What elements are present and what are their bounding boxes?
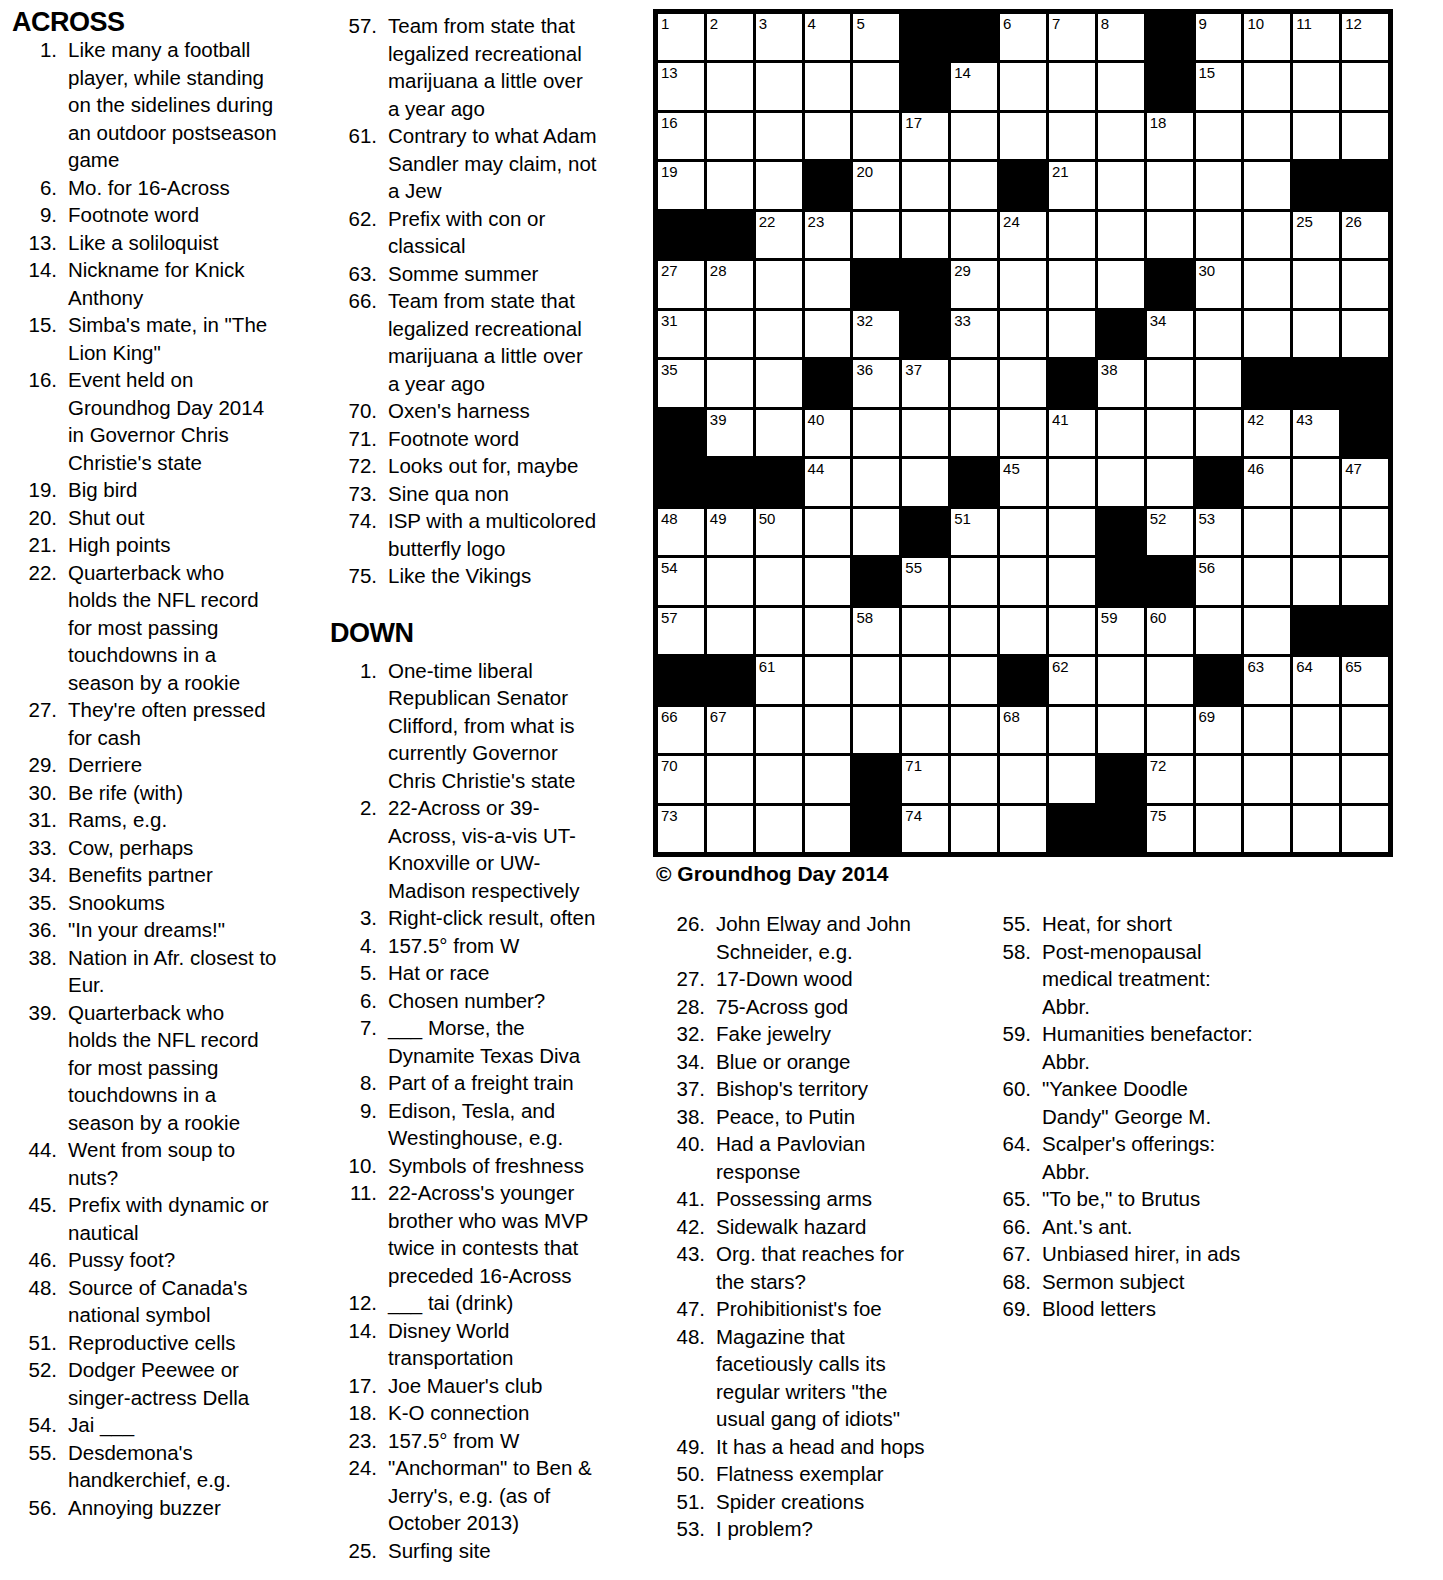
cell-r17c4[interactable] bbox=[805, 806, 851, 852]
cell-r14c13[interactable]: 63 bbox=[1244, 657, 1290, 703]
cell-number: 70 bbox=[661, 758, 678, 773]
cell-r15c9[interactable] bbox=[1049, 707, 1095, 753]
clue-number: 6. bbox=[330, 987, 388, 1015]
cell-r2c5[interactable] bbox=[853, 63, 899, 109]
cell-r5c14[interactable]: 25 bbox=[1293, 212, 1339, 258]
cell-number: 39 bbox=[710, 412, 727, 427]
cell-r4c10[interactable] bbox=[1098, 162, 1144, 208]
cell-number: 62 bbox=[1052, 659, 1069, 674]
cell-r13c10[interactable]: 59 bbox=[1098, 608, 1144, 654]
cell-r4c5[interactable]: 20 bbox=[853, 162, 899, 208]
clue-across-38: 38.Nation in Afr. closest to Eur. bbox=[10, 944, 332, 999]
cell-r11c14[interactable] bbox=[1293, 509, 1339, 555]
cell-r10c15[interactable]: 47 bbox=[1342, 459, 1388, 505]
cell-r6c4[interactable] bbox=[805, 261, 851, 307]
cell-r17c2[interactable] bbox=[707, 806, 753, 852]
black-cell-r9c1 bbox=[658, 410, 704, 456]
cell-r11c2[interactable]: 49 bbox=[707, 509, 753, 555]
clue-down-64: 64.Scalper's offerings: Abbr. bbox=[984, 1130, 1314, 1185]
cell-r2c4[interactable] bbox=[805, 63, 851, 109]
cell-r11c9[interactable] bbox=[1049, 509, 1095, 555]
cell-r3c4[interactable] bbox=[805, 113, 851, 159]
cell-r14c11[interactable] bbox=[1147, 657, 1193, 703]
cell-r17c13[interactable] bbox=[1244, 806, 1290, 852]
cell-r3c8[interactable] bbox=[1000, 113, 1046, 159]
cell-r11c15[interactable] bbox=[1342, 509, 1388, 555]
cell-r4c13[interactable] bbox=[1244, 162, 1290, 208]
clue-number: 38. bbox=[10, 944, 68, 999]
cell-r10c10[interactable] bbox=[1098, 459, 1144, 505]
cell-r9c13[interactable]: 42 bbox=[1244, 410, 1290, 456]
cell-number: 49 bbox=[710, 511, 727, 526]
cell-r5c5[interactable] bbox=[853, 212, 899, 258]
cell-r9c2[interactable]: 39 bbox=[707, 410, 753, 456]
cell-r9c12[interactable] bbox=[1196, 410, 1242, 456]
cell-r1c3[interactable]: 3 bbox=[756, 14, 802, 60]
cell-number: 22 bbox=[759, 214, 776, 229]
cell-r4c3[interactable] bbox=[756, 162, 802, 208]
cell-r2c12[interactable]: 15 bbox=[1196, 63, 1242, 109]
cell-r3c5[interactable] bbox=[853, 113, 899, 159]
cell-r15c6[interactable] bbox=[902, 707, 948, 753]
cell-r13c9[interactable] bbox=[1049, 608, 1095, 654]
cell-r6c14[interactable] bbox=[1293, 261, 1339, 307]
cell-number: 44 bbox=[808, 461, 825, 476]
cell-r16c7[interactable] bbox=[951, 756, 997, 802]
cell-r1c12[interactable]: 9 bbox=[1196, 14, 1242, 60]
clue-number: 65. bbox=[984, 1185, 1042, 1213]
cell-r15c10[interactable] bbox=[1098, 707, 1144, 753]
cell-r3c11[interactable]: 18 bbox=[1147, 113, 1193, 159]
clue-across-45: 45.Prefix with dynamic or nautical bbox=[10, 1191, 332, 1246]
clue-across-74: 74.ISP with a multicolored butterfly log… bbox=[330, 507, 652, 562]
cell-r7c12[interactable] bbox=[1196, 311, 1242, 357]
black-cell-r13c15 bbox=[1342, 608, 1388, 654]
cell-r12c9[interactable] bbox=[1049, 558, 1095, 604]
cell-r13c8[interactable] bbox=[1000, 608, 1046, 654]
cell-r10c14[interactable] bbox=[1293, 459, 1339, 505]
cell-r16c4[interactable] bbox=[805, 756, 851, 802]
clue-number: 48. bbox=[658, 1323, 716, 1433]
cell-r6c2[interactable]: 28 bbox=[707, 261, 753, 307]
cell-r17c8[interactable] bbox=[1000, 806, 1046, 852]
cell-r6c9[interactable] bbox=[1049, 261, 1095, 307]
cell-r12c3[interactable] bbox=[756, 558, 802, 604]
cell-number: 21 bbox=[1052, 164, 1069, 179]
cell-r4c6[interactable] bbox=[902, 162, 948, 208]
black-cell-r4c15 bbox=[1342, 162, 1388, 208]
cell-r1c13[interactable]: 10 bbox=[1244, 14, 1290, 60]
cell-r8c6[interactable]: 37 bbox=[902, 360, 948, 406]
cell-r5c6[interactable] bbox=[902, 212, 948, 258]
cell-r4c11[interactable] bbox=[1147, 162, 1193, 208]
cell-r2c15[interactable] bbox=[1342, 63, 1388, 109]
cell-r10c4[interactable]: 44 bbox=[805, 459, 851, 505]
cell-r5c9[interactable] bbox=[1049, 212, 1095, 258]
cell-r11c5[interactable] bbox=[853, 509, 899, 555]
cell-r5c4[interactable]: 23 bbox=[805, 212, 851, 258]
black-cell-r14c8 bbox=[1000, 657, 1046, 703]
clue-text: 75-Across god bbox=[716, 993, 848, 1021]
cell-number: 8 bbox=[1101, 16, 1109, 31]
cell-r3c9[interactable] bbox=[1049, 113, 1095, 159]
cell-number: 18 bbox=[1150, 115, 1167, 130]
cell-r6c12[interactable]: 30 bbox=[1196, 261, 1242, 307]
black-cell-r1c6 bbox=[902, 14, 948, 60]
cell-number: 57 bbox=[661, 610, 678, 625]
cell-r5c10[interactable] bbox=[1098, 212, 1144, 258]
black-cell-r4c14 bbox=[1293, 162, 1339, 208]
cell-r14c7[interactable] bbox=[951, 657, 997, 703]
cell-r5c15[interactable]: 26 bbox=[1342, 212, 1388, 258]
cell-r9c10[interactable] bbox=[1098, 410, 1144, 456]
cell-r15c12[interactable]: 69 bbox=[1196, 707, 1242, 753]
clue-number: 63. bbox=[330, 260, 388, 288]
cell-r9c8[interactable] bbox=[1000, 410, 1046, 456]
cell-r9c5[interactable] bbox=[853, 410, 899, 456]
cell-r1c10[interactable]: 8 bbox=[1098, 14, 1144, 60]
clue-number: 17. bbox=[330, 1372, 388, 1400]
cell-r12c7[interactable] bbox=[951, 558, 997, 604]
cell-r14c4[interactable] bbox=[805, 657, 851, 703]
clue-number: 28. bbox=[658, 993, 716, 1021]
cell-r2c10[interactable] bbox=[1098, 63, 1144, 109]
cell-r5c7[interactable] bbox=[951, 212, 997, 258]
cell-r11c3[interactable]: 50 bbox=[756, 509, 802, 555]
cell-r6c3[interactable] bbox=[756, 261, 802, 307]
clue-down-53: 53.I problem? bbox=[658, 1515, 983, 1543]
cell-r17c7[interactable] bbox=[951, 806, 997, 852]
clue-text: Humanities benefactor: Abbr. bbox=[1042, 1020, 1253, 1075]
cell-r13c2[interactable] bbox=[707, 608, 753, 654]
clue-number: 55. bbox=[984, 910, 1042, 938]
cell-r1c5[interactable]: 5 bbox=[853, 14, 899, 60]
cell-r7c14[interactable] bbox=[1293, 311, 1339, 357]
black-cell-r17c9 bbox=[1049, 806, 1095, 852]
clue-number: 22. bbox=[10, 559, 68, 697]
cell-r13c1[interactable]: 57 bbox=[658, 608, 704, 654]
clue-number: 58. bbox=[984, 938, 1042, 1021]
cell-r16c12[interactable] bbox=[1196, 756, 1242, 802]
cell-number: 59 bbox=[1101, 610, 1118, 625]
clue-number: 39. bbox=[10, 999, 68, 1137]
cell-r12c12[interactable]: 56 bbox=[1196, 558, 1242, 604]
cell-r2c3[interactable] bbox=[756, 63, 802, 109]
cell-r1c14[interactable]: 11 bbox=[1293, 14, 1339, 60]
cell-r15c5[interactable] bbox=[853, 707, 899, 753]
clue-number: 36. bbox=[10, 916, 68, 944]
cell-r13c11[interactable]: 60 bbox=[1147, 608, 1193, 654]
cell-r17c14[interactable] bbox=[1293, 806, 1339, 852]
cell-r8c1[interactable]: 35 bbox=[658, 360, 704, 406]
cell-r15c7[interactable] bbox=[951, 707, 997, 753]
cell-r3c1[interactable]: 16 bbox=[658, 113, 704, 159]
cell-r14c14[interactable]: 64 bbox=[1293, 657, 1339, 703]
clue-number: 35. bbox=[10, 889, 68, 917]
cell-r6c10[interactable] bbox=[1098, 261, 1144, 307]
black-cell-r10c2 bbox=[707, 459, 753, 505]
clue-across-6: 6.Mo. for 16-Across bbox=[10, 174, 332, 202]
cell-r5c8[interactable]: 24 bbox=[1000, 212, 1046, 258]
cell-r11c8[interactable] bbox=[1000, 509, 1046, 555]
cell-r1c9[interactable]: 7 bbox=[1049, 14, 1095, 60]
cell-r16c11[interactable]: 72 bbox=[1147, 756, 1193, 802]
cell-r15c13[interactable] bbox=[1244, 707, 1290, 753]
black-cell-r8c15 bbox=[1342, 360, 1388, 406]
cell-r4c1[interactable]: 19 bbox=[658, 162, 704, 208]
cell-r3c2[interactable] bbox=[707, 113, 753, 159]
cell-r9c6[interactable] bbox=[902, 410, 948, 456]
clue-number: 54. bbox=[10, 1411, 68, 1439]
cell-r3c14[interactable] bbox=[1293, 113, 1339, 159]
cell-r9c7[interactable] bbox=[951, 410, 997, 456]
clue-text: Ant.'s ant. bbox=[1042, 1213, 1133, 1241]
cell-r2c14[interactable] bbox=[1293, 63, 1339, 109]
cell-r17c1[interactable]: 73 bbox=[658, 806, 704, 852]
cell-r2c9[interactable] bbox=[1049, 63, 1095, 109]
cell-r3c13[interactable] bbox=[1244, 113, 1290, 159]
clue-down-40: 40.Had a Pavlovian response bbox=[658, 1130, 983, 1185]
cell-r3c7[interactable] bbox=[951, 113, 997, 159]
cell-r14c3[interactable]: 61 bbox=[756, 657, 802, 703]
clue-number: 23. bbox=[330, 1427, 388, 1455]
cell-r16c8[interactable] bbox=[1000, 756, 1046, 802]
cell-r10c9[interactable] bbox=[1049, 459, 1095, 505]
clue-across-54: 54.Jai ___ bbox=[10, 1411, 332, 1439]
cell-r6c15[interactable] bbox=[1342, 261, 1388, 307]
cell-r16c13[interactable] bbox=[1244, 756, 1290, 802]
clue-text: Chosen number? bbox=[388, 987, 545, 1015]
clue-across-21: 21.High points bbox=[10, 531, 332, 559]
clue-text: Fake jewelry bbox=[716, 1020, 831, 1048]
cell-r6c13[interactable] bbox=[1244, 261, 1290, 307]
black-cell-r10c12 bbox=[1196, 459, 1242, 505]
clue-text: Symbols of freshness bbox=[388, 1152, 584, 1180]
clue-number: 21. bbox=[10, 531, 68, 559]
cell-r13c13[interactable] bbox=[1244, 608, 1290, 654]
cell-r3c3[interactable] bbox=[756, 113, 802, 159]
clue-text: "Anchorman" to Ben & Jerry's, e.g. (as o… bbox=[388, 1454, 592, 1537]
cell-number: 17 bbox=[905, 115, 922, 130]
down-clues-column-2: 1.One-time liberal Republican Senator Cl… bbox=[330, 657, 652, 1565]
cell-r5c11[interactable] bbox=[1147, 212, 1193, 258]
cell-r14c10[interactable] bbox=[1098, 657, 1144, 703]
cell-r7c4[interactable] bbox=[805, 311, 851, 357]
cell-r13c7[interactable] bbox=[951, 608, 997, 654]
cell-r15c11[interactable] bbox=[1147, 707, 1193, 753]
cell-r3c15[interactable] bbox=[1342, 113, 1388, 159]
cell-r15c4[interactable] bbox=[805, 707, 851, 753]
clue-number: 19. bbox=[10, 476, 68, 504]
cell-r7c2[interactable] bbox=[707, 311, 753, 357]
cell-r10c5[interactable] bbox=[853, 459, 899, 505]
cell-r1c15[interactable]: 12 bbox=[1342, 14, 1388, 60]
cell-r3c6[interactable]: 17 bbox=[902, 113, 948, 159]
clue-text: Heat, for short bbox=[1042, 910, 1172, 938]
cell-r7c5[interactable]: 32 bbox=[853, 311, 899, 357]
cell-r14c15[interactable]: 65 bbox=[1342, 657, 1388, 703]
cell-r7c9[interactable] bbox=[1049, 311, 1095, 357]
cell-number: 74 bbox=[905, 808, 922, 823]
cell-r8c2[interactable] bbox=[707, 360, 753, 406]
cell-r1c8[interactable]: 6 bbox=[1000, 14, 1046, 60]
cell-r13c5[interactable]: 58 bbox=[853, 608, 899, 654]
cell-r7c8[interactable] bbox=[1000, 311, 1046, 357]
cell-r2c7[interactable]: 14 bbox=[951, 63, 997, 109]
cell-r14c9[interactable]: 62 bbox=[1049, 657, 1095, 703]
cell-r2c8[interactable] bbox=[1000, 63, 1046, 109]
cell-r3c10[interactable] bbox=[1098, 113, 1144, 159]
black-cell-r6c5 bbox=[853, 261, 899, 307]
clue-down-5: 5.Hat or race bbox=[330, 959, 652, 987]
cell-r1c4[interactable]: 4 bbox=[805, 14, 851, 60]
cell-r16c6[interactable]: 71 bbox=[902, 756, 948, 802]
cell-r15c3[interactable] bbox=[756, 707, 802, 753]
clue-number: 25. bbox=[330, 1537, 388, 1565]
cell-r5c12[interactable] bbox=[1196, 212, 1242, 258]
cell-r12c13[interactable] bbox=[1244, 558, 1290, 604]
cell-number: 43 bbox=[1296, 412, 1313, 427]
black-cell-r16c5 bbox=[853, 756, 899, 802]
cell-r4c7[interactable] bbox=[951, 162, 997, 208]
clue-text: Team from state that legalized recreatio… bbox=[388, 12, 583, 122]
cell-r7c13[interactable] bbox=[1244, 311, 1290, 357]
cell-r8c11[interactable] bbox=[1147, 360, 1193, 406]
cell-r17c6[interactable]: 74 bbox=[902, 806, 948, 852]
clue-down-51: 51.Spider creations bbox=[658, 1488, 983, 1516]
clue-number: 68. bbox=[984, 1268, 1042, 1296]
cell-r7c11[interactable]: 34 bbox=[1147, 311, 1193, 357]
clue-text: Surfing site bbox=[388, 1537, 491, 1565]
cell-r12c1[interactable]: 54 bbox=[658, 558, 704, 604]
clue-number: 46. bbox=[10, 1246, 68, 1274]
cell-r11c13[interactable] bbox=[1244, 509, 1290, 555]
cell-r9c11[interactable] bbox=[1147, 410, 1193, 456]
clue-text: Be rife (with) bbox=[68, 779, 183, 807]
cell-r2c2[interactable] bbox=[707, 63, 753, 109]
cell-r12c6[interactable]: 55 bbox=[902, 558, 948, 604]
cell-r2c1[interactable]: 13 bbox=[658, 63, 704, 109]
cell-r12c4[interactable] bbox=[805, 558, 851, 604]
clue-text: Footnote word bbox=[388, 425, 519, 453]
cell-r11c7[interactable]: 51 bbox=[951, 509, 997, 555]
cell-number: 4 bbox=[808, 16, 816, 31]
cell-r16c3[interactable] bbox=[756, 756, 802, 802]
cell-number: 38 bbox=[1101, 362, 1118, 377]
cell-r17c11[interactable]: 75 bbox=[1147, 806, 1193, 852]
cell-r16c2[interactable] bbox=[707, 756, 753, 802]
cell-r11c1[interactable]: 48 bbox=[658, 509, 704, 555]
cell-r3c12[interactable] bbox=[1196, 113, 1242, 159]
cell-r6c8[interactable] bbox=[1000, 261, 1046, 307]
clue-number: 66. bbox=[330, 287, 388, 397]
cell-r4c12[interactable] bbox=[1196, 162, 1242, 208]
clue-number: 8. bbox=[330, 1069, 388, 1097]
cell-r1c1[interactable]: 1 bbox=[658, 14, 704, 60]
cell-r7c15[interactable] bbox=[1342, 311, 1388, 357]
cell-r12c14[interactable] bbox=[1293, 558, 1339, 604]
cell-r1c2[interactable]: 2 bbox=[707, 14, 753, 60]
cell-r17c3[interactable] bbox=[756, 806, 802, 852]
cell-r8c5[interactable]: 36 bbox=[853, 360, 899, 406]
cell-r14c5[interactable] bbox=[853, 657, 899, 703]
cell-r15c1[interactable]: 66 bbox=[658, 707, 704, 753]
clue-text: Flatness exemplar bbox=[716, 1460, 883, 1488]
clue-text: It has a head and hops bbox=[716, 1433, 925, 1461]
cell-r16c9[interactable] bbox=[1049, 756, 1095, 802]
cell-r9c14[interactable]: 43 bbox=[1293, 410, 1339, 456]
cell-r11c4[interactable] bbox=[805, 509, 851, 555]
cell-number: 1 bbox=[661, 16, 669, 31]
cell-r10c11[interactable] bbox=[1147, 459, 1193, 505]
cell-r13c3[interactable] bbox=[756, 608, 802, 654]
black-cell-r4c8 bbox=[1000, 162, 1046, 208]
cell-r7c1[interactable]: 31 bbox=[658, 311, 704, 357]
black-cell-r1c11 bbox=[1147, 14, 1193, 60]
cell-r5c13[interactable] bbox=[1244, 212, 1290, 258]
cell-r4c9[interactable]: 21 bbox=[1049, 162, 1095, 208]
cell-r12c8[interactable] bbox=[1000, 558, 1046, 604]
cell-r5c3[interactable]: 22 bbox=[756, 212, 802, 258]
cell-r14c6[interactable] bbox=[902, 657, 948, 703]
cell-r8c12[interactable] bbox=[1196, 360, 1242, 406]
cell-r15c8[interactable]: 68 bbox=[1000, 707, 1046, 753]
clue-number: 16. bbox=[10, 366, 68, 476]
cell-r8c8[interactable] bbox=[1000, 360, 1046, 406]
clue-number: 40. bbox=[658, 1130, 716, 1185]
cell-r8c3[interactable] bbox=[756, 360, 802, 406]
cell-r13c12[interactable] bbox=[1196, 608, 1242, 654]
cell-r8c7[interactable] bbox=[951, 360, 997, 406]
cell-r12c15[interactable] bbox=[1342, 558, 1388, 604]
clue-text: Contrary to what Adam Sandler may claim,… bbox=[388, 122, 597, 205]
clue-across-14: 14.Nickname for Knick Anthony bbox=[10, 256, 332, 311]
cell-r10c13[interactable]: 46 bbox=[1244, 459, 1290, 505]
cell-number: 15 bbox=[1199, 65, 1216, 80]
cell-r10c6[interactable] bbox=[902, 459, 948, 505]
cell-r6c7[interactable]: 29 bbox=[951, 261, 997, 307]
cell-r15c15[interactable] bbox=[1342, 707, 1388, 753]
cell-r10c8[interactable]: 45 bbox=[1000, 459, 1046, 505]
clue-number: 67. bbox=[984, 1240, 1042, 1268]
cell-r7c3[interactable] bbox=[756, 311, 802, 357]
cell-r9c3[interactable] bbox=[756, 410, 802, 456]
cell-r16c14[interactable] bbox=[1293, 756, 1339, 802]
cell-r13c4[interactable] bbox=[805, 608, 851, 654]
cell-r4c2[interactable] bbox=[707, 162, 753, 208]
cell-r15c2[interactable]: 67 bbox=[707, 707, 753, 753]
cell-r7c7[interactable]: 33 bbox=[951, 311, 997, 357]
cell-r9c4[interactable]: 40 bbox=[805, 410, 851, 456]
cell-r9c9[interactable]: 41 bbox=[1049, 410, 1095, 456]
cell-r16c15[interactable] bbox=[1342, 756, 1388, 802]
cell-r11c12[interactable]: 53 bbox=[1196, 509, 1242, 555]
cell-r2c13[interactable] bbox=[1244, 63, 1290, 109]
cell-r15c14[interactable] bbox=[1293, 707, 1339, 753]
clue-number: 14. bbox=[10, 256, 68, 311]
cell-r17c15[interactable] bbox=[1342, 806, 1388, 852]
cell-r13c6[interactable] bbox=[902, 608, 948, 654]
cell-r11c11[interactable]: 52 bbox=[1147, 509, 1193, 555]
clue-number: 51. bbox=[658, 1488, 716, 1516]
cell-r6c1[interactable]: 27 bbox=[658, 261, 704, 307]
cell-r12c2[interactable] bbox=[707, 558, 753, 604]
cell-number: 27 bbox=[661, 263, 678, 278]
clue-text: Unbiased hirer, in ads bbox=[1042, 1240, 1240, 1268]
cell-r16c1[interactable]: 70 bbox=[658, 756, 704, 802]
cell-r17c12[interactable] bbox=[1196, 806, 1242, 852]
cell-r8c10[interactable]: 38 bbox=[1098, 360, 1144, 406]
